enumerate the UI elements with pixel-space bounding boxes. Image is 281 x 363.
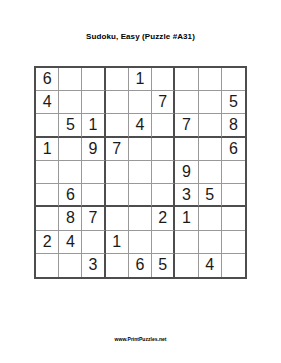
cell-r4c3[interactable]: 9 — [82, 138, 105, 161]
cell-r9c6[interactable]: 5 — [152, 254, 175, 277]
cell-r5c9[interactable] — [222, 161, 245, 184]
cell-r3c8[interactable] — [199, 114, 222, 137]
cell-r2c6[interactable]: 7 — [152, 91, 175, 114]
cell-r7c8[interactable] — [199, 207, 222, 230]
cell-r8c3[interactable] — [82, 231, 105, 254]
cell-r5c2[interactable] — [59, 161, 82, 184]
cell-r8c1[interactable]: 2 — [36, 231, 59, 254]
cell-r8c4[interactable]: 1 — [106, 231, 129, 254]
cell-r8c8[interactable] — [199, 231, 222, 254]
cell-r3c1[interactable] — [36, 114, 59, 137]
cell-r1c2[interactable] — [59, 68, 82, 91]
cell-r2c2[interactable] — [59, 91, 82, 114]
cell-r6c1[interactable] — [36, 184, 59, 207]
cell-r1c8[interactable] — [199, 68, 222, 91]
cell-r7c5[interactable] — [129, 207, 152, 230]
cell-r4c8[interactable] — [199, 138, 222, 161]
cell-r9c8[interactable]: 4 — [199, 254, 222, 277]
cell-r9c9[interactable] — [222, 254, 245, 277]
cell-r3c9[interactable]: 8 — [222, 114, 245, 137]
cell-r4c7[interactable] — [175, 138, 198, 161]
cell-r2c9[interactable]: 5 — [222, 91, 245, 114]
cell-r2c5[interactable] — [129, 91, 152, 114]
cell-r8c5[interactable] — [129, 231, 152, 254]
cell-r9c4[interactable] — [106, 254, 129, 277]
cell-r2c4[interactable] — [106, 91, 129, 114]
cell-r5c5[interactable] — [129, 161, 152, 184]
cell-r1c6[interactable] — [152, 68, 175, 91]
cell-r7c7[interactable]: 1 — [175, 207, 198, 230]
cell-r7c2[interactable]: 8 — [59, 207, 82, 230]
cell-r1c9[interactable] — [222, 68, 245, 91]
cell-r8c7[interactable] — [175, 231, 198, 254]
cell-r4c1[interactable]: 1 — [36, 138, 59, 161]
cell-r9c5[interactable]: 6 — [129, 254, 152, 277]
sudoku-page: Sudoku, Easy (Puzzle #A31) 6147551478197… — [0, 0, 281, 363]
cell-r6c4[interactable] — [106, 184, 129, 207]
cell-r6c3[interactable] — [82, 184, 105, 207]
cell-r5c8[interactable] — [199, 161, 222, 184]
cell-r7c6[interactable]: 2 — [152, 207, 175, 230]
footer-url: www.PrintPuzzles.net — [39, 337, 241, 342]
cell-r8c2[interactable]: 4 — [59, 231, 82, 254]
cell-r1c4[interactable] — [106, 68, 129, 91]
cell-r8c9[interactable] — [222, 231, 245, 254]
cell-r7c4[interactable] — [106, 207, 129, 230]
cell-r2c1[interactable]: 4 — [36, 91, 59, 114]
cell-r1c7[interactable] — [175, 68, 198, 91]
cell-r4c2[interactable] — [59, 138, 82, 161]
cell-r7c1[interactable] — [36, 207, 59, 230]
cell-r2c7[interactable] — [175, 91, 198, 114]
cell-r5c6[interactable] — [152, 161, 175, 184]
cell-r4c5[interactable] — [129, 138, 152, 161]
cell-r2c3[interactable] — [82, 91, 105, 114]
cell-r5c3[interactable] — [82, 161, 105, 184]
cell-r8c6[interactable] — [152, 231, 175, 254]
cell-r5c4[interactable] — [106, 161, 129, 184]
cell-r3c6[interactable] — [152, 114, 175, 137]
cell-r9c7[interactable] — [175, 254, 198, 277]
cell-r3c4[interactable] — [106, 114, 129, 137]
cell-r3c2[interactable]: 5 — [59, 114, 82, 137]
cell-r3c3[interactable]: 1 — [82, 114, 105, 137]
cell-r7c9[interactable] — [222, 207, 245, 230]
cell-r2c8[interactable] — [199, 91, 222, 114]
cell-r7c3[interactable]: 7 — [82, 207, 105, 230]
puzzle-title: Sudoku, Easy (Puzzle #A31) — [0, 32, 281, 41]
cell-r9c1[interactable] — [36, 254, 59, 277]
sudoku-board: 61475514781976963587212413654 — [34, 66, 247, 279]
cell-r1c3[interactable] — [82, 68, 105, 91]
cell-r6c6[interactable] — [152, 184, 175, 207]
cell-r6c8[interactable]: 5 — [199, 184, 222, 207]
cell-r9c2[interactable] — [59, 254, 82, 277]
cell-r6c9[interactable] — [222, 184, 245, 207]
cell-r9c3[interactable]: 3 — [82, 254, 105, 277]
cell-r3c7[interactable]: 7 — [175, 114, 198, 137]
cell-r1c1[interactable]: 6 — [36, 68, 59, 91]
cell-r1c5[interactable]: 1 — [129, 68, 152, 91]
cell-r3c5[interactable]: 4 — [129, 114, 152, 137]
cell-r4c4[interactable]: 7 — [106, 138, 129, 161]
cell-r5c1[interactable] — [36, 161, 59, 184]
cell-r6c2[interactable]: 6 — [59, 184, 82, 207]
cell-r6c5[interactable] — [129, 184, 152, 207]
cell-r4c6[interactable] — [152, 138, 175, 161]
cell-r5c7[interactable]: 9 — [175, 161, 198, 184]
cell-r6c7[interactable]: 3 — [175, 184, 198, 207]
cell-r4c9[interactable]: 6 — [222, 138, 245, 161]
